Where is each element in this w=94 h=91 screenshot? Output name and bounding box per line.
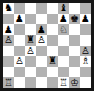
- white-king-g1: ♔: [70, 78, 79, 88]
- white-pawn-c4: ♙: [26, 46, 35, 56]
- black-pawn-f7: ♟: [59, 14, 68, 24]
- square-d8[interactable]: [36, 3, 47, 14]
- square-a5[interactable]: ♙: [3, 35, 14, 46]
- square-d4[interactable]: [36, 46, 47, 57]
- square-h5[interactable]: [80, 35, 91, 46]
- square-c4[interactable]: ♙: [25, 46, 36, 57]
- square-g4[interactable]: [69, 46, 80, 57]
- square-d3[interactable]: [36, 56, 47, 67]
- square-a2[interactable]: [3, 67, 14, 78]
- square-a3[interactable]: [3, 56, 14, 67]
- white-pawn-h4: ♙: [81, 46, 90, 56]
- square-a1[interactable]: ♖: [3, 77, 14, 88]
- black-pawn-d6: ♟: [37, 25, 46, 35]
- square-a6[interactable]: ♟: [3, 24, 14, 35]
- black-pawn-a6: ♟: [4, 25, 13, 35]
- white-pawn-d5: ♙: [37, 35, 46, 45]
- square-e1[interactable]: [47, 77, 58, 88]
- square-e7[interactable]: [47, 14, 58, 25]
- square-h3[interactable]: ♗: [80, 56, 91, 67]
- square-d6[interactable]: ♟: [36, 24, 47, 35]
- square-h8[interactable]: [80, 3, 91, 14]
- square-g7[interactable]: ♚: [69, 14, 80, 25]
- square-g3[interactable]: [69, 56, 80, 67]
- white-knight-f6: ♘: [59, 25, 68, 35]
- square-d5[interactable]: ♙: [36, 35, 47, 46]
- square-h7[interactable]: ♟: [80, 14, 91, 25]
- square-b6[interactable]: [14, 24, 25, 35]
- square-c7[interactable]: [25, 14, 36, 25]
- black-rook-c5: ♜: [26, 35, 35, 45]
- square-h4[interactable]: ♙: [80, 46, 91, 57]
- white-bishop-h3: ♗: [81, 56, 90, 66]
- chess-board: ♞♝♟♟♚♟♟♟♘♙♜♙♙♙♙♜♗♖♖♔: [3, 3, 91, 88]
- square-c1[interactable]: [25, 77, 36, 88]
- square-e6[interactable]: [47, 24, 58, 35]
- square-c3[interactable]: [25, 56, 36, 67]
- square-a7[interactable]: [3, 14, 14, 25]
- square-d7[interactable]: [36, 14, 47, 25]
- square-b1[interactable]: [14, 77, 25, 88]
- square-f3[interactable]: [58, 56, 69, 67]
- black-pawn-h7: ♟: [81, 14, 90, 24]
- square-f8[interactable]: ♝: [58, 3, 69, 14]
- square-b4[interactable]: [14, 46, 25, 57]
- square-g6[interactable]: [69, 24, 80, 35]
- square-e5[interactable]: [47, 35, 58, 46]
- white-rook-f1: ♖: [59, 78, 68, 88]
- square-h6[interactable]: [80, 24, 91, 35]
- square-b2[interactable]: [14, 67, 25, 78]
- square-d1[interactable]: [36, 77, 47, 88]
- white-pawn-b3: ♙: [15, 56, 24, 66]
- square-c5[interactable]: ♜: [25, 35, 36, 46]
- square-c8[interactable]: [25, 3, 36, 14]
- square-f7[interactable]: ♟: [58, 14, 69, 25]
- chess-board-frame: ♞♝♟♟♚♟♟♟♘♙♜♙♙♙♙♜♗♖♖♔: [0, 0, 94, 91]
- black-rook-e3: ♜: [48, 56, 57, 66]
- square-e8[interactable]: [47, 3, 58, 14]
- square-f1[interactable]: ♖: [58, 77, 69, 88]
- square-h1[interactable]: [80, 77, 91, 88]
- square-e4[interactable]: [47, 46, 58, 57]
- square-a4[interactable]: [3, 46, 14, 57]
- square-d2[interactable]: [36, 67, 47, 78]
- square-f4[interactable]: [58, 46, 69, 57]
- square-b5[interactable]: [14, 35, 25, 46]
- square-c2[interactable]: [25, 67, 36, 78]
- square-c6[interactable]: [25, 24, 36, 35]
- square-g2[interactable]: [69, 67, 80, 78]
- square-b7[interactable]: ♟: [14, 14, 25, 25]
- white-pawn-a5: ♙: [4, 35, 13, 45]
- square-a8[interactable]: ♞: [3, 3, 14, 14]
- square-h2[interactable]: [80, 67, 91, 78]
- black-knight-a8: ♞: [4, 3, 13, 13]
- black-king-g7: ♚: [70, 14, 79, 24]
- square-e3[interactable]: ♜: [47, 56, 58, 67]
- square-f6[interactable]: ♘: [58, 24, 69, 35]
- square-e2[interactable]: [47, 67, 58, 78]
- square-b3[interactable]: ♙: [14, 56, 25, 67]
- black-pawn-b7: ♟: [15, 14, 24, 24]
- square-b8[interactable]: [14, 3, 25, 14]
- square-g8[interactable]: [69, 3, 80, 14]
- square-g1[interactable]: ♔: [69, 77, 80, 88]
- black-bishop-f8: ♝: [59, 3, 68, 13]
- square-g5[interactable]: [69, 35, 80, 46]
- square-f2[interactable]: [58, 67, 69, 78]
- white-rook-a1: ♖: [4, 78, 13, 88]
- square-f5[interactable]: [58, 35, 69, 46]
